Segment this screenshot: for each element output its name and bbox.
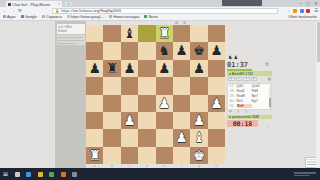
square-a2[interactable] xyxy=(86,129,103,146)
black-knight-e7[interactable]: ♞ xyxy=(156,42,173,59)
black-bishop-c8[interactable]: ♝ xyxy=(121,25,138,42)
square-a4[interactable] xyxy=(86,95,103,112)
black-pawn-a6[interactable]: ♟ xyxy=(86,60,103,77)
browser-tabstrip: Chat bul - Play Blazin × + –▢✕ xyxy=(0,0,320,7)
browser-menu-icon[interactable]: ☰ xyxy=(314,8,318,13)
white-move[interactable]: Rxd8 xyxy=(237,94,252,98)
white-pawn-c3[interactable]: ♟ xyxy=(121,112,138,129)
square-e8[interactable]: ♜ xyxy=(156,25,173,42)
white-pawn-h4[interactable]: ♟ xyxy=(208,95,225,112)
online-dot-icon xyxy=(229,73,231,75)
browser-nav-icon[interactable]: ⟳ xyxy=(18,8,22,13)
square-f7[interactable]: ♟ xyxy=(173,42,190,59)
move-number: 31. xyxy=(230,104,237,108)
chat-line xyxy=(58,37,83,39)
left-panel: 5+0 • BlitzRated xyxy=(55,21,86,169)
browser-nav-icon[interactable]: → xyxy=(11,8,16,13)
square-d6[interactable] xyxy=(138,60,155,77)
black-move[interactable]: Ne7 xyxy=(252,94,270,98)
square-a8[interactable] xyxy=(86,25,103,42)
bookmark-label: Сервисы xyxy=(46,15,62,19)
window-control-button[interactable]: – xyxy=(299,1,302,6)
square-a3[interactable] xyxy=(86,112,103,129)
square-e7[interactable]: ♞ xyxy=(156,42,173,59)
bookmark-favicon-icon xyxy=(144,15,147,18)
bookmark-label: Apps xyxy=(7,15,16,19)
black-rook-b6[interactable]: ♜ xyxy=(103,60,120,77)
move-row: 30.Re1Kg7 xyxy=(228,99,271,104)
titlebar-dark-block xyxy=(222,0,262,6)
top-player-name: BorisMV 1743 xyxy=(232,72,253,76)
tab-favicon-icon xyxy=(8,3,11,6)
white-move[interactable]: Re8 xyxy=(237,104,252,108)
taskbar-app-icon[interactable] xyxy=(26,172,31,177)
bookmark-favicon-icon xyxy=(109,15,112,18)
square-e3[interactable] xyxy=(156,112,173,129)
bookmark-item[interactable]: Новая вкладка xyxy=(109,15,139,19)
square-c7[interactable] xyxy=(121,42,138,59)
chat-line xyxy=(58,43,76,45)
taskbar-app-icon[interactable] xyxy=(72,172,77,177)
taskbar-app-icon[interactable] xyxy=(61,172,66,177)
square-f1[interactable] xyxy=(173,147,190,164)
move-row: 28.Rxd1Rd8 xyxy=(228,89,271,94)
extension-icon[interactable] xyxy=(293,9,297,13)
square-f8[interactable] xyxy=(173,25,190,42)
move-row: 27.Qd1Qxd1 xyxy=(228,84,271,89)
extension-icon[interactable] xyxy=(306,9,310,13)
white-pawn-g3[interactable]: ♟ xyxy=(190,112,207,129)
square-d5[interactable] xyxy=(138,77,155,94)
bookmark-item[interactable]: News xyxy=(144,15,158,19)
square-d8[interactable] xyxy=(138,25,155,42)
lichess-page: ✉⚙ 5+0 • BlitzRated ♝♜♞♟♚♟♟♜♟♟♟♟♟♟♟♟♝♜♚ … xyxy=(0,21,320,169)
square-c4[interactable] xyxy=(121,95,138,112)
bookmark-star-icon[interactable]: ☆ xyxy=(286,8,290,13)
square-d4[interactable] xyxy=(138,95,155,112)
white-pawn-e4[interactable]: ♟ xyxy=(156,95,173,112)
clock-settings-icon[interactable]: ▦ xyxy=(265,62,269,66)
move-number: 27. xyxy=(230,84,237,88)
square-e4[interactable]: ♟ xyxy=(156,95,173,112)
flag-icon: ⚐ xyxy=(266,126,269,130)
chess-board[interactable]: ♝♜♞♟♚♟♟♜♟♟♟♟♟♟♟♟♝♜♚ xyxy=(86,25,225,164)
bookmark-label: Новая вкладка xyxy=(113,15,139,19)
square-f2[interactable]: ♟ xyxy=(173,129,190,146)
move-list[interactable]: 27.Qd1Qxd128.Rxd1Rd829.Rxd8Ne730.Re1Kg73… xyxy=(227,83,272,110)
black-move[interactable]: Kg7 xyxy=(252,99,270,103)
square-a6[interactable]: ♟ xyxy=(86,60,103,77)
white-rook-a1[interactable]: ♜ xyxy=(86,147,103,164)
url-text: https://en.lichess.org/9xqXqJ0iG xyxy=(61,8,121,13)
square-f5[interactable] xyxy=(173,77,190,94)
window-control-button[interactable]: ▢ xyxy=(306,1,310,6)
square-c6[interactable]: ♟ xyxy=(121,60,138,77)
bookmark-label: Google xyxy=(25,15,37,19)
move-nav-button[interactable]: « xyxy=(228,77,235,81)
black-move[interactable]: Rd8 xyxy=(252,89,270,93)
square-d1[interactable] xyxy=(138,147,155,164)
square-b4[interactable] xyxy=(103,95,120,112)
bottom-player-clock-low-time: 00:18 xyxy=(227,120,258,128)
square-b8[interactable] xyxy=(103,25,120,42)
toolbar-right-buttons: ☆ xyxy=(286,8,310,13)
square-c8[interactable]: ♝ xyxy=(121,25,138,42)
tab-title: Chat bul - Play Blazin xyxy=(12,2,57,7)
square-g8[interactable] xyxy=(190,25,207,42)
move-row: 31.Re8 xyxy=(228,104,271,109)
square-e2[interactable] xyxy=(156,129,173,146)
square-b1[interactable] xyxy=(103,147,120,164)
address-bar[interactable]: 🔒 https://en.lichess.org/9xqXqJ0iG xyxy=(52,8,278,14)
screen: Chat bul - Play Blazin × + –▢✕ ←→⟳ 🔒 htt… xyxy=(0,0,320,180)
move-number: 29. xyxy=(230,94,237,98)
move-navigation-row: «‹›»▤ xyxy=(227,77,272,82)
new-tab-button[interactable]: + xyxy=(65,2,72,6)
square-a1[interactable]: ♜ xyxy=(86,147,103,164)
move-number: 30. xyxy=(230,99,237,103)
white-move[interactable]: Qd1 xyxy=(237,84,252,88)
white-bishop-g2[interactable]: ♝ xyxy=(190,129,207,146)
bottom-player-name: pomeranchik 1688 xyxy=(232,115,259,119)
white-king-g1[interactable]: ♚ xyxy=(190,147,207,164)
square-a5[interactable] xyxy=(86,77,103,94)
captured-pieces: ♞♟ xyxy=(228,54,239,60)
taskbar-app-icon[interactable] xyxy=(15,172,20,177)
bookmark-label: https://www.googl… xyxy=(71,15,105,19)
black-pawn-c6[interactable]: ♟ xyxy=(121,60,138,77)
square-a7[interactable] xyxy=(86,42,103,59)
extension-icon[interactable] xyxy=(300,9,304,13)
windows-taskbar: ⊞ xyxy=(0,168,320,180)
square-b3[interactable] xyxy=(103,112,120,129)
square-b2[interactable] xyxy=(103,129,120,146)
bookmark-item[interactable]: Сервисы xyxy=(42,15,62,19)
square-c2[interactable] xyxy=(121,129,138,146)
bookmark-item[interactable]: Apps xyxy=(3,15,16,19)
move-list-view-icon[interactable]: ▤ xyxy=(268,77,271,81)
online-dot-icon xyxy=(229,116,231,118)
browser-nav-icon[interactable]: ← xyxy=(3,8,8,13)
https-lock-icon: 🔒 xyxy=(55,9,59,13)
square-c3[interactable]: ♟ xyxy=(121,112,138,129)
bookmark-favicon-icon xyxy=(67,15,70,18)
bookmark-item[interactable]: https://www.googl… xyxy=(67,15,105,19)
bookmark-favicon-icon xyxy=(42,15,45,18)
square-h7[interactable]: ♟ xyxy=(208,42,225,59)
bookmark-favicon-icon xyxy=(21,15,24,18)
bookmark-item[interactable]: Google xyxy=(21,15,37,19)
top-player-clock: 01:37 xyxy=(227,61,248,69)
white-move[interactable]: Rxd1 xyxy=(237,89,252,93)
move-list-scrollbar[interactable] xyxy=(269,85,270,109)
square-g1[interactable]: ♚ xyxy=(190,147,207,164)
square-d7[interactable] xyxy=(138,42,155,59)
square-f3[interactable] xyxy=(173,112,190,129)
system-tray[interactable] xyxy=(294,172,316,176)
square-b7[interactable] xyxy=(103,42,120,59)
white-pawn-f2[interactable]: ♟ xyxy=(173,129,190,146)
square-g3[interactable]: ♟ xyxy=(190,112,207,129)
square-f4[interactable] xyxy=(173,95,190,112)
square-g6[interactable]: ♟ xyxy=(190,60,207,77)
square-e1[interactable] xyxy=(156,147,173,164)
window-control-button[interactable]: ✕ xyxy=(314,1,318,6)
square-g5[interactable] xyxy=(190,77,207,94)
move-nav-button[interactable]: › xyxy=(243,77,250,81)
taskbar-app-icon[interactable] xyxy=(49,172,54,177)
square-f6[interactable] xyxy=(173,60,190,77)
square-e5[interactable] xyxy=(156,77,173,94)
square-b6[interactable]: ♜ xyxy=(103,60,120,77)
move-nav-button[interactable]: ‹ xyxy=(236,77,243,81)
top-player-row[interactable]: BorisMV 1743 xyxy=(227,71,272,76)
square-h1[interactable] xyxy=(208,147,225,164)
black-pawn-g6[interactable]: ♟ xyxy=(190,60,207,77)
window-controls: –▢✕ xyxy=(299,0,318,7)
browser-nav-buttons: ←→⟳ xyxy=(3,8,22,13)
square-d3[interactable] xyxy=(138,112,155,129)
black-pawn-e6[interactable]: ♟ xyxy=(156,60,173,77)
taskbar-app-icon[interactable] xyxy=(38,172,43,177)
bookmark-favicon-icon xyxy=(3,15,6,18)
move-nav-button[interactable]: » xyxy=(251,77,258,81)
other-bookmarks-button[interactable]: Other bookmarks xyxy=(288,15,317,19)
square-h5[interactable] xyxy=(208,77,225,94)
square-h3[interactable] xyxy=(208,112,225,129)
move-row: 29.Rxd8Ne7 xyxy=(228,94,271,99)
bookmark-label: News xyxy=(148,15,158,19)
black-move[interactable]: Qxd1 xyxy=(252,84,270,88)
square-h8[interactable] xyxy=(208,25,225,42)
square-g2[interactable]: ♝ xyxy=(190,129,207,146)
game-info-box: 5+0 • BlitzRated xyxy=(57,24,85,34)
black-pawn-h7[interactable]: ♟ xyxy=(208,42,225,59)
white-rook-e8[interactable]: ♜ xyxy=(156,25,173,42)
black-pawn-f7[interactable]: ♟ xyxy=(173,42,190,59)
square-c1[interactable] xyxy=(121,147,138,164)
square-h4[interactable]: ♟ xyxy=(208,95,225,112)
chat-line xyxy=(58,40,83,42)
tab-close-icon[interactable]: × xyxy=(58,2,60,6)
move-number: 28. xyxy=(230,89,237,93)
square-h2[interactable] xyxy=(208,129,225,146)
square-g7[interactable]: ♚ xyxy=(190,42,207,59)
square-d2[interactable] xyxy=(138,129,155,146)
white-move[interactable]: Re1 xyxy=(237,99,252,103)
square-c5[interactable] xyxy=(121,77,138,94)
square-g4[interactable] xyxy=(190,95,207,112)
square-b5[interactable] xyxy=(103,77,120,94)
black-king-g7[interactable]: ♚ xyxy=(190,42,207,59)
square-h6[interactable] xyxy=(208,60,225,77)
chat-box[interactable] xyxy=(57,35,85,45)
square-e6[interactable]: ♟ xyxy=(156,60,173,77)
page-scrollbar[interactable] xyxy=(316,21,320,169)
game-info-line: Rated xyxy=(58,29,84,33)
